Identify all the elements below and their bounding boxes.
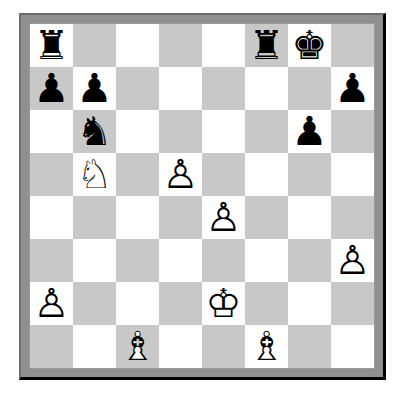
square-b5[interactable]: ♞♘ xyxy=(73,153,116,196)
square-d8[interactable] xyxy=(159,24,202,67)
square-f4[interactable] xyxy=(245,196,288,239)
board-frame: ♜♜♚♟♟♟♞♟♞♘♟♙♟♙♟♙♟♙♚♔♝♗♝♗ xyxy=(19,13,386,380)
square-b2[interactable] xyxy=(73,282,116,325)
square-h1[interactable] xyxy=(331,325,374,368)
square-b6[interactable]: ♞ xyxy=(73,110,116,153)
square-c8[interactable] xyxy=(116,24,159,67)
square-c6[interactable] xyxy=(116,110,159,153)
piece-black-pawn: ♟ xyxy=(30,67,73,110)
piece-black-pawn: ♟ xyxy=(73,67,116,110)
piece-black-knight: ♞ xyxy=(73,110,116,153)
piece-black-pawn: ♟ xyxy=(288,110,331,153)
square-c1[interactable]: ♝♗ xyxy=(116,325,159,368)
square-d6[interactable] xyxy=(159,110,202,153)
piece-white-bishop: ♝♗ xyxy=(245,325,288,368)
square-a8[interactable]: ♜ xyxy=(30,24,73,67)
square-e7[interactable] xyxy=(202,67,245,110)
square-f3[interactable] xyxy=(245,239,288,282)
piece-white-bishop: ♝♗ xyxy=(116,325,159,368)
piece-white-knight: ♞♘ xyxy=(73,153,116,196)
square-a5[interactable] xyxy=(30,153,73,196)
square-d5[interactable]: ♟♙ xyxy=(159,153,202,196)
square-h8[interactable] xyxy=(331,24,374,67)
square-c7[interactable] xyxy=(116,67,159,110)
square-b7[interactable]: ♟ xyxy=(73,67,116,110)
square-h3[interactable]: ♟♙ xyxy=(331,239,374,282)
square-h7[interactable]: ♟ xyxy=(331,67,374,110)
square-d7[interactable] xyxy=(159,67,202,110)
square-f5[interactable] xyxy=(245,153,288,196)
square-h6[interactable] xyxy=(331,110,374,153)
square-h5[interactable] xyxy=(331,153,374,196)
chess-diagram: ♜♜♚♟♟♟♞♟♞♘♟♙♟♙♟♙♟♙♚♔♝♗♝♗ xyxy=(0,0,414,404)
square-b8[interactable] xyxy=(73,24,116,67)
square-c5[interactable] xyxy=(116,153,159,196)
square-e4[interactable]: ♟♙ xyxy=(202,196,245,239)
chess-board: ♜♜♚♟♟♟♞♟♞♘♟♙♟♙♟♙♟♙♚♔♝♗♝♗ xyxy=(29,23,375,369)
piece-black-rook: ♜ xyxy=(30,24,73,67)
piece-white-pawn: ♟♙ xyxy=(30,282,73,325)
square-f8[interactable]: ♜ xyxy=(245,24,288,67)
square-c4[interactable] xyxy=(116,196,159,239)
piece-black-rook: ♜ xyxy=(245,24,288,67)
square-a1[interactable] xyxy=(30,325,73,368)
square-e3[interactable] xyxy=(202,239,245,282)
square-g1[interactable] xyxy=(288,325,331,368)
square-g6[interactable]: ♟ xyxy=(288,110,331,153)
square-c2[interactable] xyxy=(116,282,159,325)
piece-white-pawn: ♟♙ xyxy=(331,239,374,282)
square-h2[interactable] xyxy=(331,282,374,325)
square-a4[interactable] xyxy=(30,196,73,239)
square-e2[interactable]: ♚♔ xyxy=(202,282,245,325)
square-a7[interactable]: ♟ xyxy=(30,67,73,110)
piece-white-pawn: ♟♙ xyxy=(159,153,202,196)
square-d1[interactable] xyxy=(159,325,202,368)
square-g7[interactable] xyxy=(288,67,331,110)
square-d4[interactable] xyxy=(159,196,202,239)
square-g5[interactable] xyxy=(288,153,331,196)
piece-black-king: ♚ xyxy=(288,24,331,67)
square-h4[interactable] xyxy=(331,196,374,239)
square-g4[interactable] xyxy=(288,196,331,239)
square-d3[interactable] xyxy=(159,239,202,282)
square-a3[interactable] xyxy=(30,239,73,282)
square-f1[interactable]: ♝♗ xyxy=(245,325,288,368)
square-g2[interactable] xyxy=(288,282,331,325)
piece-white-pawn: ♟♙ xyxy=(202,196,245,239)
square-a2[interactable]: ♟♙ xyxy=(30,282,73,325)
square-c3[interactable] xyxy=(116,239,159,282)
square-a6[interactable] xyxy=(30,110,73,153)
square-e1[interactable] xyxy=(202,325,245,368)
square-f6[interactable] xyxy=(245,110,288,153)
square-b4[interactable] xyxy=(73,196,116,239)
square-f7[interactable] xyxy=(245,67,288,110)
square-f2[interactable] xyxy=(245,282,288,325)
square-b1[interactable] xyxy=(73,325,116,368)
square-e6[interactable] xyxy=(202,110,245,153)
square-g8[interactable]: ♚ xyxy=(288,24,331,67)
square-g3[interactable] xyxy=(288,239,331,282)
square-e8[interactable] xyxy=(202,24,245,67)
square-b3[interactable] xyxy=(73,239,116,282)
square-d2[interactable] xyxy=(159,282,202,325)
square-e5[interactable] xyxy=(202,153,245,196)
piece-black-pawn: ♟ xyxy=(331,67,374,110)
piece-white-king: ♚♔ xyxy=(202,282,245,325)
